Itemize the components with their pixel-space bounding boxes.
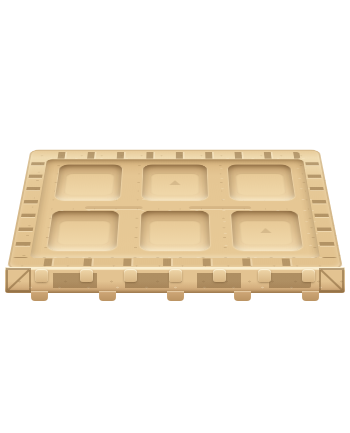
corner-brace-right: [319, 268, 344, 292]
tray-feet: [31, 291, 319, 301]
foot-tab: [99, 291, 116, 301]
compartment-r1c2: [142, 165, 208, 200]
peg: [258, 269, 271, 282]
recycle-emboss-icon: [260, 228, 272, 233]
embossed-text-faint: [189, 206, 252, 209]
tray-floor: [30, 159, 320, 258]
product-photo: [0, 0, 350, 433]
foot-tab: [234, 291, 251, 301]
pulp-tray: [5, 133, 345, 301]
peg: [80, 269, 93, 282]
tray-front-face: [5, 267, 345, 293]
compartment-r2c3: [231, 210, 304, 250]
peg: [213, 269, 226, 282]
peg: [169, 269, 182, 282]
compartment-floor: [63, 173, 114, 194]
foot-tab: [31, 291, 48, 301]
rim-notches-front: [31, 259, 318, 267]
compartment-r1c3: [227, 165, 295, 200]
compartment-r2c2: [140, 210, 210, 250]
embossed-text-faint: [85, 206, 142, 209]
compartment-floor: [236, 173, 287, 194]
peg: [302, 269, 315, 282]
foot-tab: [302, 291, 319, 301]
compartment-floor: [149, 220, 202, 244]
front-face-pegs: [35, 269, 315, 283]
compartment-r1c1: [55, 165, 123, 200]
compartment-floor: [56, 220, 111, 244]
compartment-r2c1: [47, 210, 120, 250]
peg: [124, 269, 137, 282]
recycle-emboss-icon: [170, 180, 181, 185]
foot-tab: [167, 291, 184, 301]
rim-notches-back: [50, 152, 301, 158]
tray-top-surface: [7, 150, 343, 269]
peg: [35, 269, 48, 282]
corner-brace-left: [6, 268, 31, 292]
